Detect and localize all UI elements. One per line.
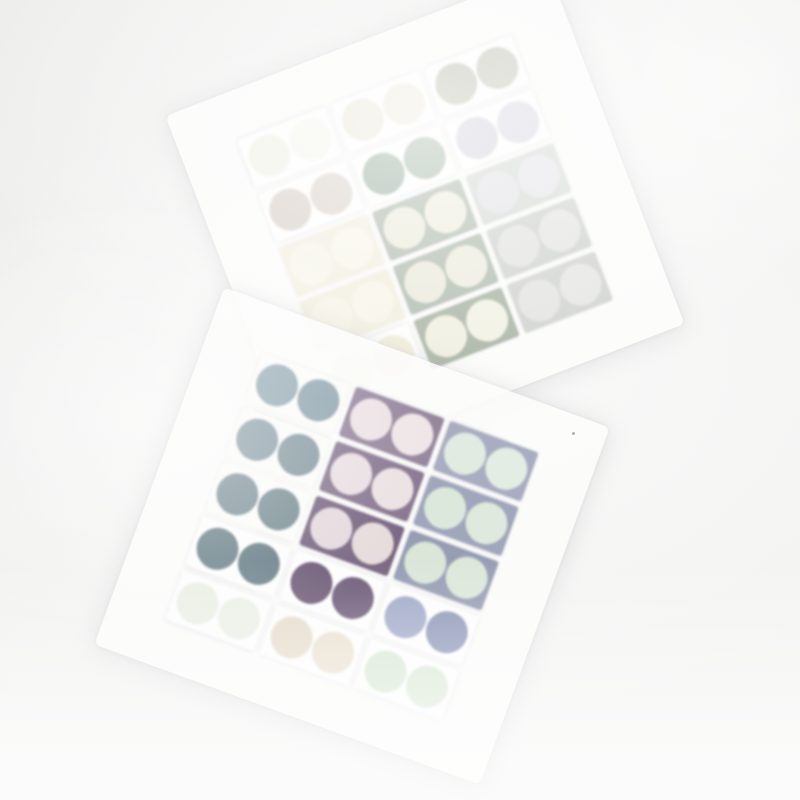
dot-sticker — [306, 626, 360, 680]
dot-sticker — [512, 149, 566, 203]
dot-sticker — [265, 611, 319, 665]
dot-sticker — [553, 257, 607, 311]
dot-sticker — [400, 660, 454, 714]
dot-sticker — [346, 517, 400, 571]
dot-sticker — [304, 167, 358, 221]
dot-sticker — [326, 571, 380, 625]
dot-sticker — [283, 113, 337, 167]
dot-sticker — [346, 275, 400, 329]
dot-sticker — [212, 591, 266, 645]
dot-sticker — [285, 556, 339, 610]
lower-sheet-sticker-grid — [161, 348, 542, 723]
dot-sticker — [171, 576, 225, 630]
dot-sticker — [379, 590, 433, 644]
dot-sticker — [385, 408, 439, 462]
dot-sticker — [230, 413, 284, 467]
dot-sticker — [304, 502, 358, 556]
dot-sticker — [325, 221, 379, 275]
dot-sticker — [460, 496, 514, 550]
dot-sticker — [377, 77, 431, 131]
photo-canvas — [0, 0, 800, 800]
dot-sticker — [420, 605, 474, 659]
dot-sticker — [440, 551, 494, 605]
dot-sticker — [418, 481, 472, 535]
dot-sticker — [479, 442, 533, 496]
dot-sticker — [291, 373, 345, 427]
dust-speck — [572, 432, 575, 435]
dot-sticker — [232, 537, 286, 591]
dot-sticker — [460, 293, 514, 347]
dot-sticker — [418, 185, 472, 239]
dot-sticker — [439, 239, 493, 293]
dot-sticker — [398, 131, 452, 185]
dot-sticker — [324, 447, 378, 501]
dot-sticker — [491, 95, 545, 149]
dot-sticker — [359, 645, 413, 699]
dot-sticker — [272, 428, 326, 482]
dot-sticker — [344, 393, 398, 447]
dot-sticker — [252, 482, 306, 536]
dot-sticker — [250, 358, 304, 412]
dot-sticker — [210, 467, 264, 521]
dot-sticker — [398, 536, 452, 590]
dot-sticker — [438, 427, 492, 481]
dot-sticker — [470, 41, 524, 95]
dot-sticker — [366, 462, 420, 516]
dot-sticker — [533, 203, 587, 257]
dot-sticker — [191, 522, 245, 576]
